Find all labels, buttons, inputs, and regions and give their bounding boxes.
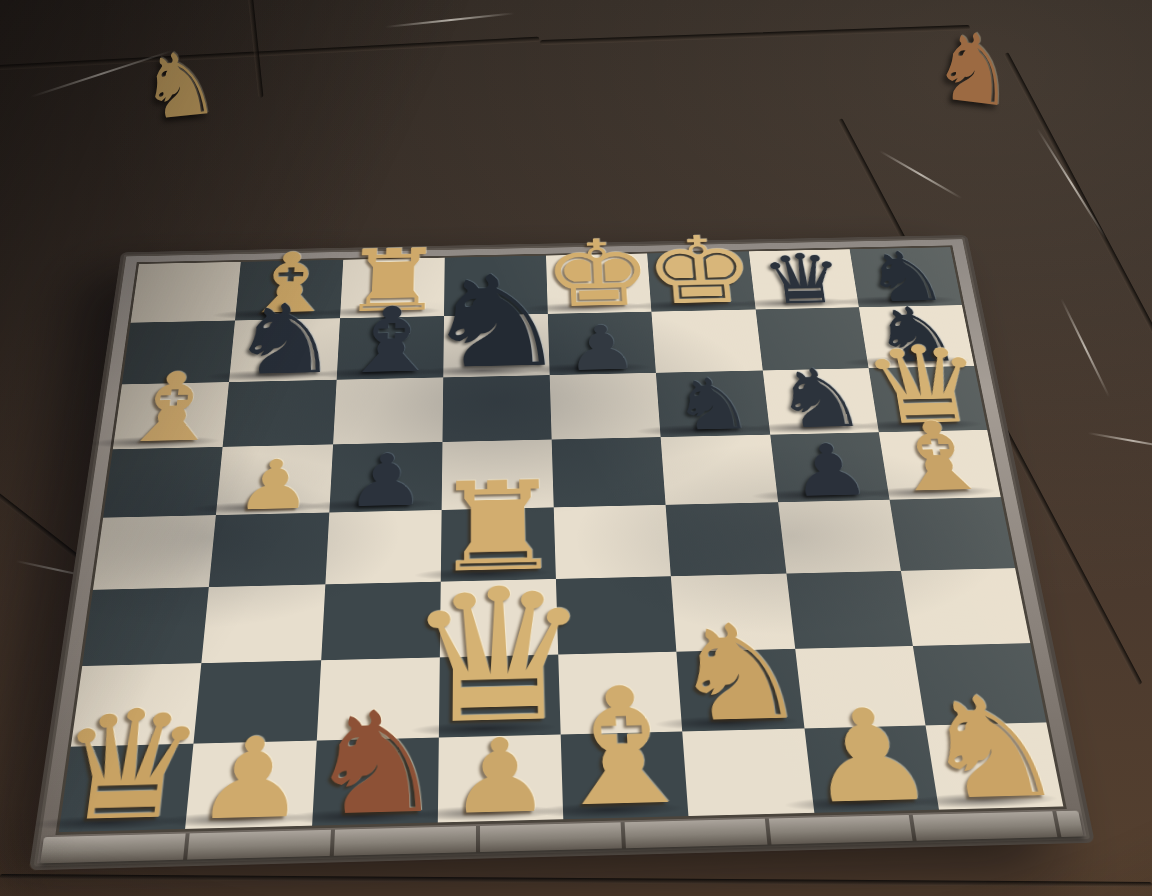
square-a3[interactable] <box>82 587 209 666</box>
chess-piece-glyph: ♟ <box>565 318 640 378</box>
square-e1[interactable]: ♝ <box>561 731 689 819</box>
floor-scratch <box>1036 128 1107 239</box>
floor-mortar-line <box>1004 52 1152 531</box>
board-rail: ♝♜♚♚♛♞♞♝♞♟♞♝♞♞♛♟♟♟♝♜♛♞♛♟♞♟♝♟♞ <box>29 235 1095 870</box>
scene: ♝♜♚♚♛♞♞♝♞♟♞♝♞♞♛♟♟♟♝♜♛♞♛♟♞♟♝♟♞ ♞ ♞ <box>0 0 1152 896</box>
offboard-piece-1[interactable]: ♞ <box>927 17 1023 122</box>
square-a4[interactable] <box>93 515 216 590</box>
square-h5[interactable]: ♝ <box>879 430 1001 500</box>
floor-mortar-line <box>0 37 539 71</box>
offboard-piece-0[interactable]: ♞ <box>136 38 224 134</box>
square-g3[interactable] <box>786 571 913 649</box>
piece-white-bishop-a6[interactable]: ♝ <box>113 382 229 449</box>
floor-scratch <box>385 12 514 28</box>
floor-mortar-line <box>540 25 970 45</box>
chess-piece-glyph: ♝ <box>877 411 999 504</box>
chess-board: ♝♜♚♚♛♞♞♝♞♟♞♝♞♞♛♟♟♟♝♜♛♞♛♟♞♟♝♟♞ <box>29 235 1095 870</box>
floor-scratch <box>1060 298 1110 398</box>
floor-mortar-line <box>0 874 1152 887</box>
floor-scratch <box>879 150 962 199</box>
piece-white-bishop-e1[interactable]: ♝ <box>561 731 689 819</box>
chess-piece-glyph: ♟ <box>234 451 315 518</box>
chess-piece-glyph: ♝ <box>112 361 231 454</box>
square-h3[interactable] <box>901 568 1031 646</box>
piece-black-pawn-c5[interactable]: ♟ <box>329 442 442 513</box>
square-a6[interactable]: ♝ <box>113 382 229 449</box>
square-c5[interactable]: ♟ <box>329 442 442 513</box>
chess-piece-glyph: ♞ <box>669 371 756 440</box>
floor-mortar-line <box>247 0 263 98</box>
board-grid: ♝♜♚♚♛♞♞♝♞♟♞♝♞♞♛♟♟♟♝♜♛♞♛♟♞♟♝♟♞ <box>59 247 1064 832</box>
square-h1[interactable]: ♞ <box>925 722 1063 809</box>
square-e5[interactable] <box>552 437 666 507</box>
square-f4[interactable] <box>666 502 786 576</box>
chess-piece-glyph: ♟ <box>345 446 427 516</box>
floor-scratch <box>1088 432 1152 450</box>
piece-white-knight-h1[interactable]: ♞ <box>925 722 1063 809</box>
piece-white-bishop-h5[interactable]: ♝ <box>879 430 1001 500</box>
chess-piece-glyph: ♞ <box>910 680 1074 816</box>
square-b3[interactable] <box>202 584 325 663</box>
square-e7[interactable]: ♟ <box>548 312 656 375</box>
chess-piece-glyph: ♟ <box>786 436 874 505</box>
piece-black-pawn-e7[interactable]: ♟ <box>548 312 656 375</box>
chess-piece-glyph: ♝ <box>539 670 709 828</box>
